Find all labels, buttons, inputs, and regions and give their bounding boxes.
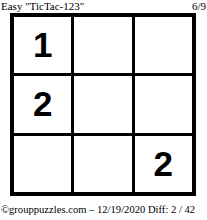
cells-remaining-counter: 6/9 (192, 0, 206, 12)
cell-r2c3[interactable] (135, 76, 192, 132)
cell-r3c1[interactable] (14, 136, 71, 192)
cell-r3c2[interactable] (74, 136, 131, 192)
cell-r3c3[interactable]: 2 (135, 136, 192, 192)
cell-r1c2[interactable] (74, 17, 131, 73)
cell-r1c3[interactable] (135, 17, 192, 73)
header: Easy "TicTac-123" 6/9 (0, 0, 207, 13)
puzzle-title: Easy "TicTac-123" (1, 0, 84, 12)
cell-r1c1[interactable]: 1 (14, 17, 71, 73)
cell-r2c1[interactable]: 2 (14, 76, 71, 132)
cell-r2c2[interactable] (74, 76, 131, 132)
footer-credit: ©grouppuzzles.com – 12/19/2020 Diff: 2 /… (1, 203, 206, 217)
tictac123-board: 1 2 2 (10, 13, 196, 196)
